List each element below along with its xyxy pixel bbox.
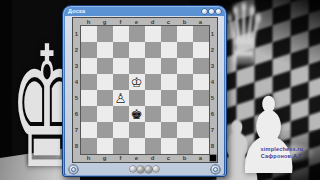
frame-corner	[73, 18, 81, 26]
square-h4[interactable]	[81, 74, 97, 90]
square-g2[interactable]	[97, 42, 113, 58]
square-c1[interactable]	[161, 26, 177, 42]
close-button-icon[interactable]	[216, 9, 221, 14]
nav-back-button[interactable]	[130, 166, 136, 172]
square-b6[interactable]	[177, 106, 193, 122]
coord-label: f	[113, 154, 129, 162]
square-c4[interactable]	[161, 74, 177, 90]
coord-label: d	[145, 154, 161, 162]
watermark-author: Сафронов А.Г.	[248, 153, 316, 160]
coord-label: e	[129, 18, 145, 26]
board-files-bottom: hgfedcba	[81, 154, 209, 162]
square-g8[interactable]	[97, 138, 113, 154]
square-b4[interactable]	[177, 74, 193, 90]
frame-corner-turn	[209, 154, 217, 162]
coord-label: c	[161, 18, 177, 26]
square-f1[interactable]	[113, 26, 129, 42]
square-e5[interactable]	[129, 90, 145, 106]
square-a4[interactable]	[193, 74, 209, 90]
side-to-move-indicator	[210, 155, 216, 161]
square-g1[interactable]	[97, 26, 113, 42]
coord-label: a	[193, 154, 209, 162]
coord-label: 3	[209, 58, 217, 74]
black-king-piece[interactable]: ♚	[129, 106, 145, 122]
board-ranks-right: 12345678	[209, 26, 217, 154]
square-e2[interactable]	[129, 42, 145, 58]
coord-label: 1	[209, 26, 217, 42]
coord-label: e	[129, 154, 145, 162]
square-g3[interactable]	[97, 58, 113, 74]
square-b5[interactable]	[177, 90, 193, 106]
square-d2[interactable]	[145, 42, 161, 58]
square-f3[interactable]	[113, 58, 129, 74]
square-e3[interactable]	[129, 58, 145, 74]
window-buttons	[202, 9, 221, 14]
coord-label: b	[177, 18, 193, 26]
frame-corner	[73, 154, 81, 162]
square-h5[interactable]	[81, 90, 97, 106]
frame-corner	[209, 18, 217, 26]
square-e4[interactable]: ♔	[129, 74, 145, 90]
coord-label: 6	[209, 106, 217, 122]
square-a6[interactable]	[193, 106, 209, 122]
white-pawn-piece[interactable]: ♙	[113, 90, 129, 106]
square-b3[interactable]	[177, 58, 193, 74]
square-c3[interactable]	[161, 58, 177, 74]
board-files-top: hgfedcba	[81, 18, 209, 26]
square-f5[interactable]: ♙	[113, 90, 129, 106]
square-b2[interactable]	[177, 42, 193, 58]
nav-button-group	[78, 166, 211, 173]
coord-label: 2	[209, 42, 217, 58]
square-b7[interactable]	[177, 122, 193, 138]
toolbar	[65, 163, 224, 175]
board-frame: hgfedcba 12345678 ♔♙♚ 12345678 hgfedcba	[72, 17, 218, 163]
coord-label: 3	[73, 58, 81, 74]
coord-label: g	[97, 154, 113, 162]
square-e7[interactable]	[129, 122, 145, 138]
coord-label: 5	[73, 90, 81, 106]
coord-label: d	[145, 18, 161, 26]
maximize-button-icon[interactable]	[209, 9, 214, 14]
coord-label: h	[81, 18, 97, 26]
square-a5[interactable]	[193, 90, 209, 106]
square-d8[interactable]	[145, 138, 161, 154]
square-d3[interactable]	[145, 58, 161, 74]
coord-label: a	[193, 18, 209, 26]
square-d4[interactable]	[145, 74, 161, 90]
square-e8[interactable]	[129, 138, 145, 154]
square-d5[interactable]	[145, 90, 161, 106]
square-h8[interactable]	[81, 138, 97, 154]
square-b8[interactable]	[177, 138, 193, 154]
nav-stop-button[interactable]	[145, 166, 152, 173]
nav-forward-button[interactable]	[153, 166, 159, 172]
coord-label: c	[161, 154, 177, 162]
square-c8[interactable]	[161, 138, 177, 154]
titlebar[interactable]: Доска	[63, 6, 226, 16]
square-g6[interactable]	[97, 106, 113, 122]
square-f8[interactable]	[113, 138, 129, 154]
square-d6[interactable]	[145, 106, 161, 122]
screenshot: ♚ ♛ ♟ ♟ Доска hgfedcba 12345678 ♔♙♚ 1234…	[0, 0, 320, 180]
square-c5[interactable]	[161, 90, 177, 106]
coord-label: f	[113, 18, 129, 26]
square-h6[interactable]	[81, 106, 97, 122]
nav-right-button[interactable]	[211, 165, 220, 174]
square-a7[interactable]	[193, 122, 209, 138]
square-f7[interactable]	[113, 122, 129, 138]
square-a8[interactable]	[193, 138, 209, 154]
coord-label: 5	[209, 90, 217, 106]
coord-label: g	[97, 18, 113, 26]
coord-label: 6	[73, 106, 81, 122]
square-h2[interactable]	[81, 42, 97, 58]
nav-left-button[interactable]	[69, 165, 78, 174]
watermark-site: simplechess.ru	[248, 146, 316, 153]
square-h1[interactable]	[81, 26, 97, 42]
square-c2[interactable]	[161, 42, 177, 58]
coord-label: b	[177, 154, 193, 162]
coord-label: h	[81, 154, 97, 162]
square-e1[interactable]	[129, 26, 145, 42]
square-c7[interactable]	[161, 122, 177, 138]
window-title: Доска	[68, 8, 85, 14]
coord-label: 7	[73, 122, 81, 138]
watermark: simplechess.ru Сафронов А.Г.	[248, 146, 316, 160]
square-c6[interactable]	[161, 106, 177, 122]
square-h7[interactable]	[81, 122, 97, 138]
board-ranks-left: 12345678	[73, 26, 81, 154]
photo-white-pawn-front: ♟	[233, 84, 304, 180]
coord-label: 4	[209, 74, 217, 90]
coord-label: 4	[73, 74, 81, 90]
square-f4[interactable]	[113, 74, 129, 90]
square-h3[interactable]	[81, 58, 97, 74]
square-f2[interactable]	[113, 42, 129, 58]
square-a2[interactable]	[193, 42, 209, 58]
square-g7[interactable]	[97, 122, 113, 138]
coord-label: 1	[73, 26, 81, 42]
square-g5[interactable]	[97, 90, 113, 106]
square-e6[interactable]: ♚	[129, 106, 145, 122]
square-f6[interactable]	[113, 106, 129, 122]
minimize-button-icon[interactable]	[202, 9, 207, 14]
board-grid: ♔♙♚	[81, 26, 209, 154]
square-b1[interactable]	[177, 26, 193, 42]
white-king-piece[interactable]: ♔	[129, 74, 145, 90]
square-g4[interactable]	[97, 74, 113, 90]
square-a3[interactable]	[193, 58, 209, 74]
coord-label: 8	[209, 138, 217, 154]
nav-play-button[interactable]	[137, 166, 144, 173]
square-d7[interactable]	[145, 122, 161, 138]
square-d1[interactable]	[145, 26, 161, 42]
window-body: hgfedcba 12345678 ♔♙♚ 12345678 hgfedcba	[65, 16, 224, 175]
coord-label: 2	[73, 42, 81, 58]
square-a1[interactable]	[193, 26, 209, 42]
chess-window: Доска hgfedcba 12345678 ♔♙♚ 12345678 hgf…	[62, 5, 227, 177]
coord-label: 7	[209, 122, 217, 138]
photo-white-queen-blurred: ♛	[221, 0, 267, 76]
coord-label: 8	[73, 138, 81, 154]
